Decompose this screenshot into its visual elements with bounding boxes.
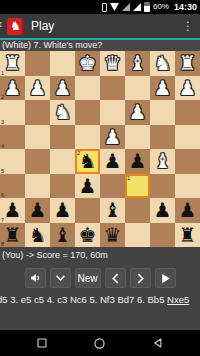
piece-bR-h8: ♜: [4, 223, 22, 247]
square-h3[interactable]: 3: [0, 100, 25, 125]
chess-board: 1♜♚♛♝♞♜2♟♟♟♟♟3♞♟4♟52♞♟♟♝6♟17♟♟♟♝♟♟8♜♞♝♚♛…: [0, 51, 200, 247]
square-a7[interactable]: ♟: [175, 198, 200, 223]
chevron-right-icon: [136, 273, 145, 284]
piece-bB-d7: ♝: [104, 198, 122, 222]
square-d6[interactable]: [100, 174, 125, 199]
piece-wN-f3: ♞: [54, 100, 72, 124]
square-c4[interactable]: [125, 125, 150, 150]
battery-percent: 60%: [153, 0, 169, 14]
square-c5[interactable]: ♟: [125, 149, 150, 174]
square-h4[interactable]: 4: [0, 125, 25, 150]
piece-wP-b2: ♟: [154, 76, 172, 100]
current-move: Nxe5: [167, 294, 189, 305]
square-g8[interactable]: ♞: [25, 223, 50, 248]
square-a3[interactable]: [175, 100, 200, 125]
square-b1[interactable]: ♞: [150, 51, 175, 76]
square-g5[interactable]: [25, 149, 50, 174]
square-a2[interactable]: ♟: [175, 76, 200, 101]
collapse-button[interactable]: [50, 268, 71, 288]
piece-bP-e6: ♟: [79, 174, 97, 198]
square-a4[interactable]: [175, 125, 200, 150]
move-list-text: d5 3. e5 c5 4. c3 Nc6 5. Nf3 Bd7 6. Bb5: [0, 294, 167, 305]
previous-move-button[interactable]: [105, 268, 126, 288]
engine-status-text: (You) -> Score = 170, 60m: [0, 247, 200, 264]
square-a8[interactable]: ♜: [175, 223, 200, 248]
square-f2[interactable]: ♟: [50, 76, 75, 101]
square-c2[interactable]: [125, 76, 150, 101]
piece-wP-c3: ♟: [129, 100, 147, 124]
cell-signal-icon: [133, 3, 141, 11]
square-d5[interactable]: ♟: [100, 149, 125, 174]
square-a6[interactable]: [175, 174, 200, 199]
square-g1[interactable]: [25, 51, 50, 76]
piece-wP-g2: ♟: [29, 76, 47, 100]
move-order-label: 1: [127, 175, 130, 181]
square-e1[interactable]: ♚: [75, 51, 100, 76]
speaker-button[interactable]: [25, 268, 46, 288]
square-b2[interactable]: ♟: [150, 76, 175, 101]
clock-time: 14:30: [174, 0, 197, 14]
back-triangle-icon[interactable]: [151, 337, 164, 349]
rank-label: 4: [1, 143, 4, 149]
piece-wP-d4: ♟: [104, 125, 122, 149]
piece-bR-a8: ♜: [179, 223, 197, 247]
chevron-down-icon: [55, 273, 66, 283]
wifi-icon: [110, 3, 119, 11]
back-chevron-icon[interactable]: ‹: [0, 16, 2, 31]
square-d2[interactable]: [100, 76, 125, 101]
square-d1[interactable]: ♛: [100, 51, 125, 76]
piece-wR-h1: ♜: [4, 51, 22, 75]
piece-bQ-d8: ♛: [104, 223, 122, 247]
piece-bP-a7: ♟: [179, 198, 197, 222]
next-move-button[interactable]: [130, 268, 151, 288]
square-h7[interactable]: 7♟: [0, 198, 25, 223]
piece-bP-h7: ♟: [4, 198, 22, 222]
square-b4[interactable]: [150, 125, 175, 150]
piece-wN-b1: ♞: [154, 51, 172, 75]
battery-icon: [144, 2, 150, 12]
piece-wP-f2: ♟: [54, 76, 72, 100]
square-f1[interactable]: [50, 51, 75, 76]
square-g7[interactable]: ♟: [25, 198, 50, 223]
square-c6[interactable]: 1: [125, 174, 150, 199]
square-h2[interactable]: 2♟: [0, 76, 25, 101]
rank-label: 3: [1, 119, 4, 125]
cell-signal-icon: [122, 3, 130, 11]
square-f3[interactable]: ♞: [50, 100, 75, 125]
square-h6[interactable]: 6: [0, 174, 25, 199]
move-list[interactable]: d5 3. e5 c5 4. c3 Nc6 5. Nf3 Bd7 6. Bb5 …: [0, 292, 200, 332]
home-circle-icon[interactable]: [93, 337, 106, 350]
overflow-menu-icon[interactable]: ⋮: [176, 19, 200, 33]
square-e4[interactable]: [75, 125, 100, 150]
square-g3[interactable]: [25, 100, 50, 125]
piece-bP-c5: ♟: [129, 149, 147, 173]
square-b5[interactable]: ♝: [150, 149, 175, 174]
bottom-panel: (You) -> Score = 170, 60m New: [0, 247, 200, 332]
square-e2[interactable]: [75, 76, 100, 101]
rank-label: 5: [1, 168, 4, 174]
speaker-icon: [29, 272, 42, 284]
square-c3[interactable]: ♟: [125, 100, 150, 125]
square-e7[interactable]: [75, 198, 100, 223]
piece-wK-e1: ♚: [79, 51, 97, 75]
square-c8[interactable]: [125, 223, 150, 248]
square-f6[interactable]: [50, 174, 75, 199]
square-g2[interactable]: ♟: [25, 76, 50, 101]
android-nav-bar: [0, 330, 200, 356]
square-h1[interactable]: 1♜: [0, 51, 25, 76]
square-d4[interactable]: ♟: [100, 125, 125, 150]
square-b6[interactable]: [150, 174, 175, 199]
rank-label: 6: [1, 192, 4, 198]
square-g6[interactable]: [25, 174, 50, 199]
square-b3[interactable]: [150, 100, 175, 125]
phone-status-icon: [102, 3, 107, 12]
square-f5[interactable]: [50, 149, 75, 174]
piece-wB-b5: ♝: [154, 149, 172, 173]
square-b8[interactable]: [150, 223, 175, 248]
square-f4[interactable]: [50, 125, 75, 150]
square-e5[interactable]: 2♞: [75, 149, 100, 174]
new-game-button[interactable]: New: [75, 268, 101, 288]
piece-bN-e5: ♞: [79, 149, 97, 173]
new-game-label: New: [77, 273, 97, 284]
square-e6[interactable]: ♟: [75, 174, 100, 199]
square-c1[interactable]: ♝: [125, 51, 150, 76]
app-bar: ‹ ♞ Play ⋮: [0, 14, 200, 38]
knight-logo-icon: ♞: [10, 18, 21, 35]
app-logo: ♞: [7, 18, 24, 35]
android-status-bar: 60% 14:30: [0, 0, 200, 14]
piece-bP-f7: ♟: [54, 198, 72, 222]
square-d7[interactable]: ♝: [100, 198, 125, 223]
piece-wP-h2: ♟: [4, 76, 22, 100]
square-e3[interactable]: [75, 100, 100, 125]
square-g4[interactable]: [25, 125, 50, 150]
play-icon: [160, 273, 171, 284]
piece-wR-a1: ♜: [179, 51, 197, 75]
page-title: Play: [31, 19, 176, 33]
square-b7[interactable]: ♟: [150, 198, 175, 223]
piece-bK-e8: ♚: [79, 223, 97, 247]
control-bar: New: [0, 264, 200, 292]
square-d3[interactable]: [100, 100, 125, 125]
play-button[interactable]: [155, 268, 176, 288]
piece-bP-d5: ♟: [104, 149, 122, 173]
piece-wP-a2: ♟: [179, 76, 197, 100]
recents-square-icon[interactable]: [36, 337, 48, 349]
square-d8[interactable]: ♛: [100, 223, 125, 248]
square-c7[interactable]: [125, 198, 150, 223]
piece-wB-c1: ♝: [129, 51, 147, 75]
piece-bN-g8: ♞: [29, 223, 47, 247]
piece-bP-g7: ♟: [29, 198, 47, 222]
chevron-left-icon: [111, 273, 120, 284]
square-a1[interactable]: ♜: [175, 51, 200, 76]
square-h8[interactable]: 8♜: [0, 223, 25, 248]
piece-bP-b7: ♟: [154, 198, 172, 222]
app-screen: 60% 14:30 ‹ ♞ Play ⋮ (White) 7. White's …: [0, 0, 200, 356]
square-a5[interactable]: [175, 149, 200, 174]
square-e8[interactable]: ♚: [75, 223, 100, 248]
square-h5[interactable]: 5: [0, 149, 25, 174]
piece-wQ-d1: ♛: [104, 51, 122, 75]
square-f8[interactable]: ♝: [50, 223, 75, 248]
game-status-text: (White) 7. White's move?: [0, 38, 200, 51]
square-f7[interactable]: ♟: [50, 198, 75, 223]
piece-bB-f8: ♝: [54, 223, 72, 247]
